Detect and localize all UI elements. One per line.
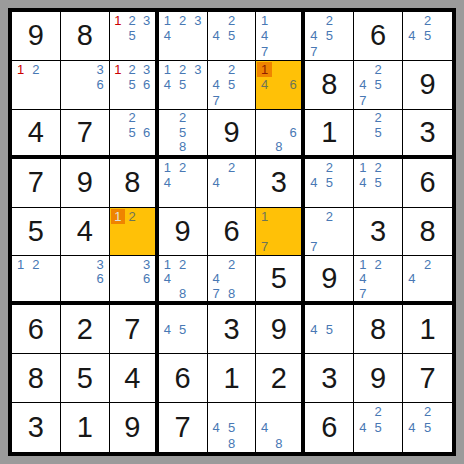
- cell-r8c6[interactable]: 2: [256, 354, 305, 403]
- candidate-slot-empty: [111, 272, 125, 286]
- candidate-slot-empty: [239, 190, 254, 205]
- candidate-slot-empty: [272, 77, 286, 92]
- candidate-grid: 25: [355, 111, 401, 154]
- cell-r9c5[interactable]: 458: [208, 403, 257, 452]
- candidate-7: 7: [306, 239, 321, 254]
- candidate-slot-empty: [111, 77, 125, 92]
- candidate-5: 5: [322, 322, 337, 337]
- candidate-slot-empty: [435, 420, 451, 436]
- candidate-3: 3: [139, 62, 153, 77]
- candidate-slot-empty: [371, 92, 386, 107]
- candidate-grid: 2457: [306, 13, 352, 59]
- candidate-5: 5: [322, 175, 337, 190]
- candidate-slot-empty: [44, 272, 59, 286]
- candidate-5: 5: [371, 420, 386, 436]
- cell-r9c3[interactable]: 9: [110, 403, 159, 452]
- candidate-5: 5: [175, 125, 190, 139]
- candidate-slot-empty: [286, 404, 300, 420]
- candidate-3: 3: [190, 13, 205, 28]
- candidate-slot-empty: [190, 175, 205, 190]
- candidate-slot-empty: [306, 190, 321, 205]
- candidate-4: 4: [404, 28, 420, 43]
- candidate-slot-empty: [239, 286, 254, 300]
- candidate-7: 7: [257, 44, 271, 59]
- candidate-slot-empty: [190, 337, 205, 352]
- candidate-slot-empty: [272, 239, 286, 254]
- candidate-slot-empty: [209, 435, 224, 451]
- candidate-6: 6: [92, 272, 107, 286]
- big-digit: 4: [77, 217, 93, 246]
- candidate-2: 2: [125, 13, 139, 28]
- cell-r9c9[interactable]: 245: [403, 403, 452, 452]
- cell-r9c7[interactable]: 6: [305, 403, 354, 452]
- big-digit: 6: [223, 217, 239, 246]
- candidate-slot-empty: [139, 111, 153, 125]
- cell-r2c6[interactable]: 146: [256, 61, 305, 110]
- candidate-1: 1: [257, 62, 271, 77]
- candidate-1: 1: [160, 62, 175, 77]
- candidate-slot-empty: [239, 28, 254, 43]
- candidate-8: 8: [175, 286, 190, 300]
- candidate-4: 4: [209, 28, 224, 43]
- cell-r1c7[interactable]: 2457: [305, 12, 354, 61]
- candidate-slot-empty: [386, 125, 401, 139]
- big-digit: 3: [370, 217, 386, 246]
- cell-r7c5[interactable]: 3: [208, 305, 257, 354]
- cell-r5c1[interactable]: 5: [12, 208, 61, 257]
- candidate-slot-empty: [337, 160, 352, 175]
- candidate-4: 4: [404, 272, 420, 286]
- candidate-4: 4: [257, 28, 271, 43]
- cell-r5c5[interactable]: 6: [208, 208, 257, 257]
- candidate-slot-empty: [190, 111, 205, 125]
- cell-r6c8[interactable]: 1247: [354, 256, 403, 305]
- candidate-slot-empty: [272, 92, 286, 107]
- candidate-grid: 1235: [111, 13, 154, 59]
- candidate-slot-empty: [44, 92, 59, 107]
- candidate-grid: 245: [404, 404, 451, 451]
- candidate-slot-empty: [239, 13, 254, 28]
- candidate-grid: 12356: [111, 62, 154, 108]
- cell-r4c2[interactable]: 9: [61, 159, 110, 208]
- cell-r3c3[interactable]: 256: [110, 110, 159, 159]
- big-digit: 6: [175, 364, 191, 393]
- candidate-2: 2: [371, 257, 386, 271]
- cell-r3c9[interactable]: 3: [403, 110, 452, 159]
- candidate-slot-empty: [322, 239, 337, 254]
- candidate-4: 4: [209, 272, 224, 286]
- cell-r2c9[interactable]: 9: [403, 61, 452, 110]
- cell-r2c3[interactable]: 12356: [110, 61, 159, 110]
- candidate-slot-empty: [386, 272, 401, 286]
- candidate-slot-empty: [92, 286, 107, 300]
- cell-r4c3[interactable]: 8: [110, 159, 159, 208]
- candidate-slot-empty: [386, 175, 401, 190]
- sudoku-board: 9812351234245147245762451236123561234524…: [8, 8, 456, 456]
- cell-r7c1[interactable]: 6: [12, 305, 61, 354]
- candidate-4: 4: [160, 77, 175, 92]
- candidate-slot-empty: [386, 286, 401, 300]
- big-digit: 2: [77, 315, 93, 344]
- big-digit: 6: [419, 168, 435, 197]
- candidate-slot-empty: [337, 209, 352, 224]
- cell-r2c7[interactable]: 8: [305, 61, 354, 110]
- cell-r5c8[interactable]: 3: [354, 208, 403, 257]
- cell-r1c9[interactable]: 245: [403, 12, 452, 61]
- big-digit: 3: [271, 168, 287, 197]
- cell-r8c8[interactable]: 9: [354, 354, 403, 403]
- candidate-slot-empty: [224, 92, 239, 107]
- candidate-4: 4: [306, 28, 321, 43]
- big-digit: 5: [28, 217, 44, 246]
- candidate-grid: 2457: [209, 62, 255, 108]
- candidate-8: 8: [224, 435, 239, 451]
- candidate-grid: 245: [209, 13, 255, 59]
- cell-r3c4[interactable]: 258: [159, 110, 208, 159]
- candidate-6: 6: [139, 125, 153, 139]
- cell-r6c2[interactable]: 36: [61, 256, 110, 305]
- candidate-slot-empty: [355, 125, 370, 139]
- candidate-slot-empty: [355, 404, 370, 420]
- cell-r1c2[interactable]: 8: [61, 12, 110, 61]
- candidate-slot-empty: [77, 77, 92, 92]
- candidate-slot-empty: [160, 125, 175, 139]
- candidate-grid: 12: [13, 62, 59, 108]
- cell-r5c9[interactable]: 8: [403, 208, 452, 257]
- cell-r6c7[interactable]: 9: [305, 256, 354, 305]
- candidate-slot-empty: [111, 125, 125, 139]
- candidate-6: 6: [139, 272, 153, 286]
- cell-r5c6[interactable]: 17: [256, 208, 305, 257]
- cell-r9c6[interactable]: 48: [256, 403, 305, 452]
- cell-r3c6[interactable]: 68: [256, 110, 305, 159]
- cell-r1c8[interactable]: 6: [354, 12, 403, 61]
- candidate-4: 4: [209, 175, 224, 190]
- candidate-slot-empty: [224, 190, 239, 205]
- candidate-slot-empty: [190, 190, 205, 205]
- candidate-slot-empty: [111, 111, 125, 125]
- cell-r5c2[interactable]: 4: [61, 208, 110, 257]
- cell-r7c3[interactable]: 7: [110, 305, 159, 354]
- candidate-slot-empty: [28, 272, 43, 286]
- candidate-grid: 146: [257, 62, 300, 108]
- candidate-slot-empty: [272, 111, 286, 125]
- cell-r2c8[interactable]: 2457: [354, 61, 403, 110]
- candidate-slot-empty: [209, 404, 224, 420]
- candidate-slot-empty: [190, 272, 205, 286]
- cell-r9c1[interactable]: 3: [12, 403, 61, 452]
- cell-r5c3[interactable]: 12: [110, 208, 159, 257]
- cell-r6c4[interactable]: 1248: [159, 256, 208, 305]
- big-digit: 9: [175, 217, 191, 246]
- candidate-slot-empty: [239, 404, 254, 420]
- cell-r3c7[interactable]: 1: [305, 110, 354, 159]
- cell-r1c3[interactable]: 1235: [110, 12, 159, 61]
- big-digit: 9: [321, 264, 337, 293]
- candidate-grid: 12: [13, 257, 59, 300]
- candidate-slot-empty: [224, 175, 239, 190]
- candidate-slot-empty: [44, 286, 59, 300]
- cell-r8c3[interactable]: 4: [110, 354, 159, 403]
- candidate-grid: 1248: [160, 257, 206, 300]
- cell-r1c1[interactable]: 9: [12, 12, 61, 61]
- candidate-slot-empty: [286, 224, 300, 239]
- candidate-1: 1: [160, 257, 175, 271]
- candidate-slot-empty: [175, 337, 190, 352]
- candidate-slot-empty: [224, 404, 239, 420]
- candidate-slot-empty: [125, 257, 139, 271]
- cell-r4c8[interactable]: 1245: [354, 159, 403, 208]
- candidate-slot-empty: [257, 435, 271, 451]
- big-digit: 7: [419, 364, 435, 393]
- candidate-2: 2: [175, 13, 190, 28]
- candidate-slot-empty: [272, 125, 286, 139]
- cell-r9c4[interactable]: 7: [159, 403, 208, 452]
- candidate-2: 2: [175, 160, 190, 175]
- cell-r4c9[interactable]: 6: [403, 159, 452, 208]
- candidate-2: 2: [175, 257, 190, 271]
- candidate-slot-empty: [175, 272, 190, 286]
- candidate-slot-empty: [139, 224, 153, 239]
- candidate-1: 1: [160, 160, 175, 175]
- candidate-slot-empty: [257, 125, 271, 139]
- candidate-slot-empty: [160, 92, 175, 107]
- cell-r7c6[interactable]: 9: [256, 305, 305, 354]
- big-digit: 2: [271, 364, 287, 393]
- candidate-slot-empty: [125, 139, 139, 153]
- candidate-4: 4: [257, 77, 271, 92]
- big-digit: 9: [223, 118, 239, 147]
- candidate-grid: 147: [257, 13, 300, 59]
- cell-r3c8[interactable]: 25: [354, 110, 403, 159]
- candidate-slot-empty: [355, 190, 370, 205]
- candidate-slot-empty: [371, 190, 386, 205]
- cell-r5c4[interactable]: 9: [159, 208, 208, 257]
- cell-r3c2[interactable]: 7: [61, 110, 110, 159]
- cell-r8c7[interactable]: 3: [305, 354, 354, 403]
- cell-r4c7[interactable]: 245: [305, 159, 354, 208]
- candidate-2: 2: [125, 209, 139, 224]
- big-digit: 8: [77, 21, 93, 50]
- candidate-slot-empty: [272, 28, 286, 43]
- candidate-slot-empty: [272, 404, 286, 420]
- candidate-slot-empty: [62, 257, 77, 271]
- candidate-1: 1: [111, 13, 125, 28]
- candidate-4: 4: [404, 420, 420, 436]
- candidate-slot-empty: [139, 139, 153, 153]
- candidate-2: 2: [125, 62, 139, 77]
- cell-r4c5[interactable]: 24: [208, 159, 257, 208]
- candidate-1: 1: [111, 62, 125, 77]
- cell-r2c4[interactable]: 12345: [159, 61, 208, 110]
- candidate-slot-empty: [125, 44, 139, 59]
- cell-r9c8[interactable]: 245: [354, 403, 403, 452]
- candidate-slot-empty: [44, 257, 59, 271]
- candidate-slot-empty: [286, 44, 300, 59]
- candidate-slot-empty: [272, 224, 286, 239]
- candidate-2: 2: [125, 111, 139, 125]
- cell-r8c2[interactable]: 5: [61, 354, 110, 403]
- cell-r2c1[interactable]: 12: [12, 61, 61, 110]
- candidate-slot-empty: [386, 111, 401, 125]
- cell-r8c5[interactable]: 1: [208, 354, 257, 403]
- candidate-5: 5: [371, 77, 386, 92]
- cell-r2c2[interactable]: 36: [61, 61, 110, 110]
- cell-r7c8[interactable]: 8: [354, 305, 403, 354]
- candidate-slot-empty: [125, 286, 139, 300]
- candidate-slot-empty: [386, 62, 401, 77]
- cell-r6c3[interactable]: 36: [110, 256, 159, 305]
- candidate-slot-empty: [111, 224, 125, 239]
- candidate-8: 8: [175, 139, 190, 153]
- candidate-3: 3: [139, 257, 153, 271]
- candidate-1: 1: [355, 160, 370, 175]
- cell-r3c1[interactable]: 4: [12, 110, 61, 159]
- candidate-2: 2: [175, 111, 190, 125]
- candidate-slot-empty: [435, 13, 451, 28]
- big-digit: 7: [124, 315, 140, 344]
- big-digit: 3: [223, 315, 239, 344]
- candidate-slot-empty: [322, 337, 337, 352]
- candidate-slot-empty: [190, 139, 205, 153]
- candidate-2: 2: [224, 13, 239, 28]
- candidate-5: 5: [322, 28, 337, 43]
- big-digit: 9: [28, 21, 44, 50]
- cell-r6c5[interactable]: 2478: [208, 256, 257, 305]
- cell-r3c5[interactable]: 9: [208, 110, 257, 159]
- candidate-slot-empty: [224, 272, 239, 286]
- candidate-slot-empty: [435, 435, 451, 451]
- cell-r7c4[interactable]: 45: [159, 305, 208, 354]
- candidate-slot-empty: [386, 139, 401, 153]
- candidate-grid: 1234: [160, 13, 206, 59]
- candidate-slot-empty: [44, 77, 59, 92]
- candidate-slot-empty: [337, 306, 352, 321]
- candidate-slot-empty: [139, 44, 153, 59]
- candidate-slot-empty: [28, 286, 43, 300]
- candidate-3: 3: [92, 62, 107, 77]
- candidate-slot-empty: [272, 209, 286, 224]
- cell-r9c2[interactable]: 1: [61, 403, 110, 452]
- candidate-slot-empty: [28, 77, 43, 92]
- candidate-slot-empty: [111, 92, 125, 107]
- big-digit: 8: [28, 364, 44, 393]
- big-digit: 9: [370, 364, 386, 393]
- candidate-slot-empty: [28, 92, 43, 107]
- candidate-slot-empty: [239, 435, 254, 451]
- cell-r1c5[interactable]: 245: [208, 12, 257, 61]
- candidate-slot-empty: [111, 44, 125, 59]
- candidate-6: 6: [286, 125, 300, 139]
- candidate-8: 8: [224, 286, 239, 300]
- candidate-2: 2: [28, 62, 43, 77]
- candidate-5: 5: [125, 28, 139, 43]
- candidate-7: 7: [209, 286, 224, 300]
- candidate-7: 7: [306, 44, 321, 59]
- candidate-8: 8: [272, 435, 286, 451]
- candidate-slot-empty: [435, 44, 451, 59]
- cell-r8c1[interactable]: 8: [12, 354, 61, 403]
- candidate-1: 1: [13, 257, 28, 271]
- candidate-slot-empty: [62, 286, 77, 300]
- cell-r2c5[interactable]: 2457: [208, 61, 257, 110]
- big-digit: 6: [370, 21, 386, 50]
- candidate-grid: 124: [160, 160, 206, 206]
- cell-r6c1[interactable]: 12: [12, 256, 61, 305]
- candidate-1: 1: [355, 257, 370, 271]
- candidate-slot-empty: [13, 92, 28, 107]
- candidate-slot-empty: [257, 139, 271, 153]
- candidate-2: 2: [420, 404, 436, 420]
- candidate-4: 4: [355, 175, 370, 190]
- cell-r4c4[interactable]: 124: [159, 159, 208, 208]
- candidate-7: 7: [355, 92, 370, 107]
- candidate-2: 2: [224, 160, 239, 175]
- candidate-slot-empty: [190, 77, 205, 92]
- candidate-4: 4: [209, 77, 224, 92]
- candidate-grid: 36: [62, 257, 108, 300]
- cell-r4c6[interactable]: 3: [256, 159, 305, 208]
- cell-r5c7[interactable]: 27: [305, 208, 354, 257]
- candidate-slot-empty: [337, 224, 352, 239]
- candidate-grid: 1245: [355, 160, 401, 206]
- candidate-5: 5: [371, 175, 386, 190]
- candidate-slot-empty: [286, 139, 300, 153]
- cell-r6c6[interactable]: 5: [256, 256, 305, 305]
- candidate-slot-empty: [306, 209, 321, 224]
- candidate-slot-empty: [306, 306, 321, 321]
- candidate-grid: 245: [355, 404, 401, 451]
- candidate-grid: 2478: [209, 257, 255, 300]
- cell-r4c1[interactable]: 7: [12, 159, 61, 208]
- cell-r7c7[interactable]: 45: [305, 305, 354, 354]
- candidate-slot-empty: [272, 62, 286, 77]
- candidate-slot-empty: [111, 239, 125, 254]
- cell-r1c6[interactable]: 147: [256, 12, 305, 61]
- candidate-slot-empty: [139, 209, 153, 224]
- candidate-grid: 45: [160, 306, 206, 352]
- candidate-slot-empty: [355, 139, 370, 153]
- candidate-slot-empty: [224, 44, 239, 59]
- cell-r6c9[interactable]: 24: [403, 256, 452, 305]
- candidate-slot-empty: [239, 77, 254, 92]
- candidate-slot-empty: [239, 44, 254, 59]
- candidate-1: 1: [160, 13, 175, 28]
- candidate-5: 5: [125, 125, 139, 139]
- cell-r8c4[interactable]: 6: [159, 354, 208, 403]
- big-digit: 5: [77, 364, 93, 393]
- candidate-grid: 17: [257, 209, 300, 255]
- candidate-slot-empty: [239, 92, 254, 107]
- big-digit: 1: [223, 364, 239, 393]
- big-digit: 4: [124, 364, 140, 393]
- candidate-slot-empty: [139, 286, 153, 300]
- candidate-2: 2: [322, 13, 337, 28]
- candidate-grid: 36: [111, 257, 154, 300]
- candidate-slot-empty: [322, 44, 337, 59]
- big-digit: 7: [77, 118, 93, 147]
- big-digit: 3: [321, 364, 337, 393]
- cell-r8c9[interactable]: 7: [403, 354, 452, 403]
- candidate-grid: 27: [306, 209, 352, 255]
- cell-r7c2[interactable]: 2: [61, 305, 110, 354]
- candidate-4: 4: [160, 272, 175, 286]
- candidate-slot-empty: [190, 44, 205, 59]
- cell-r7c9[interactable]: 1: [403, 305, 452, 354]
- candidate-slot-empty: [77, 257, 92, 271]
- cell-r1c4[interactable]: 1234: [159, 12, 208, 61]
- candidate-slot-empty: [77, 92, 92, 107]
